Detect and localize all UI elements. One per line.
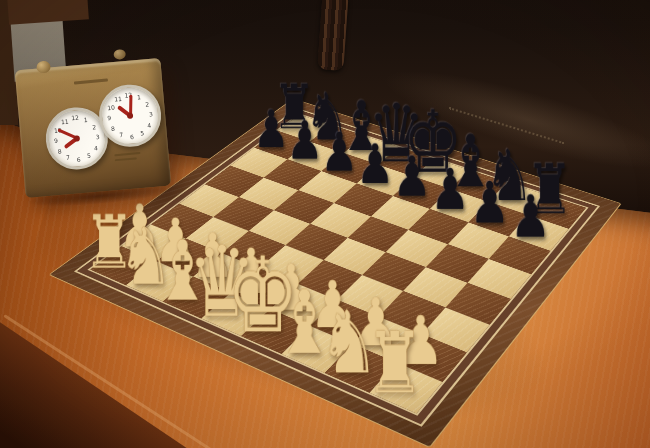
- dial-center-cap: [127, 112, 134, 119]
- dial-numeral: 9: [54, 137, 58, 144]
- dial-numeral: 5: [87, 152, 91, 159]
- dial-numeral: 3: [96, 133, 100, 140]
- photo-stage: ♜♞♝♛♚♝♞♜♟♟♟♟♟♟♟♟♟♟♟♟♟♟♟♟♜♞♝♛♚♝♞♜ 1212345…: [0, 0, 650, 448]
- dial-numeral: 4: [147, 121, 151, 128]
- dial-numeral: 6: [76, 156, 80, 163]
- black-knight: ♞: [484, 143, 534, 207]
- dial-numeral: 1: [137, 93, 141, 100]
- dial-numeral: 8: [57, 147, 61, 154]
- dial-center-cap: [74, 135, 81, 142]
- dial-numeral: 2: [145, 100, 149, 107]
- dial-numeral: 3: [149, 110, 153, 117]
- dial-numeral: 10: [107, 103, 115, 111]
- white-pawn: ♟: [120, 200, 161, 253]
- dial-numeral: 4: [94, 144, 98, 151]
- white-pawn: ♟: [191, 228, 234, 283]
- dial-numeral: 9: [107, 114, 111, 121]
- square-d4: [285, 223, 347, 260]
- dial-numeral: 6: [130, 133, 134, 140]
- dial-numeral: 2: [92, 123, 96, 130]
- dial-numeral: 1: [84, 116, 88, 123]
- dial-numeral: 5: [140, 129, 144, 136]
- dial-numeral: 11: [61, 117, 69, 125]
- dial-numeral: 7: [119, 131, 123, 138]
- chess-clock: 121234567891011 121234567891011: [15, 58, 172, 198]
- dial-numeral: 11: [114, 95, 122, 103]
- dial-numeral: 8: [111, 124, 115, 131]
- black-king: ♚: [403, 105, 463, 182]
- black-rook: ♜: [273, 80, 316, 135]
- dial-numeral: 7: [66, 154, 70, 161]
- dial-numeral: 12: [71, 114, 79, 122]
